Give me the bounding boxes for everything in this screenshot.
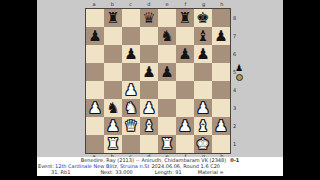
square-f4[interactable] [176, 81, 194, 99]
rank-label-6: 6 [233, 45, 239, 63]
square-g2[interactable]: ♝ [194, 117, 212, 135]
piece-black-pawn: ♟ [160, 64, 173, 79]
square-g5[interactable] [194, 63, 212, 81]
file-labels-top: abcdefgh [85, 0, 231, 8]
square-g3[interactable]: ♟ [194, 99, 212, 117]
piece-black-knight: ♞ [160, 28, 173, 43]
piece-black-rook: ♜ [106, 10, 119, 25]
square-c3[interactable]: ♞ [122, 99, 140, 117]
square-a8[interactable] [86, 9, 104, 27]
square-g8[interactable]: ♚ [194, 9, 212, 27]
file-label-top-h: h [213, 0, 231, 8]
square-h5[interactable] [212, 63, 230, 81]
square-d8[interactable]: ♛ [140, 9, 158, 27]
square-b7[interactable] [104, 27, 122, 45]
square-g7[interactable]: ♝ [194, 27, 212, 45]
file-label-top-g: g [195, 0, 213, 8]
square-d1[interactable] [140, 135, 158, 153]
piece-black-pawn: ♟ [124, 46, 137, 61]
rank-label-3: 3 [233, 99, 239, 117]
material-label: Material = [198, 169, 224, 175]
rank-label-7: 7 [233, 27, 239, 45]
piece-white-knight: ♞ [124, 100, 137, 115]
square-a4[interactable] [86, 81, 104, 99]
piece-black-pawn: ♟ [88, 28, 101, 43]
next-label: Next: 33.000 [100, 169, 132, 175]
square-e6[interactable] [158, 45, 176, 63]
square-d4[interactable] [140, 81, 158, 99]
square-c4[interactable]: ♟ [122, 81, 140, 99]
piece-black-bishop: ♝ [196, 28, 209, 43]
file-label-top-b: b [103, 0, 121, 8]
piece-white-bishop: ♝ [196, 118, 209, 133]
square-b8[interactable]: ♜ [104, 9, 122, 27]
piece-white-pawn: ♟ [214, 118, 227, 133]
piece-black-pawn: ♟ [214, 28, 227, 43]
square-h1[interactable] [212, 135, 230, 153]
square-f6[interactable]: ♟ [176, 45, 194, 63]
piece-black-king: ♚ [196, 10, 209, 25]
file-label-top-d: d [140, 0, 158, 8]
piece-black-queen: ♛ [142, 10, 155, 25]
piece-white-queen: ♛ [124, 118, 137, 133]
square-f1[interactable] [176, 135, 194, 153]
piece-white-rook: ♜ [106, 136, 119, 151]
square-f5[interactable] [176, 63, 194, 81]
square-d5[interactable]: ♟ [140, 63, 158, 81]
square-h8[interactable] [212, 9, 230, 27]
piece-white-rook: ♜ [160, 136, 173, 151]
file-label-top-f: f [176, 0, 194, 8]
square-b6[interactable] [104, 45, 122, 63]
square-g1[interactable]: ♚ [194, 135, 212, 153]
piece-black-rook: ♜ [178, 10, 191, 25]
square-d7[interactable] [140, 27, 158, 45]
square-a3[interactable]: ♟ [86, 99, 104, 117]
rank-label-4: 4 [233, 81, 239, 99]
file-label-top-c: c [122, 0, 140, 8]
square-a5[interactable] [86, 63, 104, 81]
rank-label-8: 8 [233, 9, 239, 27]
file-label-top-a: a [85, 0, 103, 8]
piece-white-pawn: ♟ [106, 118, 119, 133]
square-e1[interactable]: ♜ [158, 135, 176, 153]
square-f3[interactable] [176, 99, 194, 117]
square-e8[interactable] [158, 9, 176, 27]
piece-black-pawn: ♟ [178, 46, 191, 61]
square-f2[interactable]: ♟ [176, 117, 194, 135]
square-a2[interactable] [86, 117, 104, 135]
chess-board: ♜♛♜♚♟♞♝♟♟♟♟♟♟♟♟♞♞♟♟♟♛♝♟♝♟♜♜♚ [85, 8, 231, 154]
square-a1[interactable] [86, 135, 104, 153]
square-h6[interactable] [212, 45, 230, 63]
square-e3[interactable] [158, 99, 176, 117]
square-h7[interactable]: ♟ [212, 27, 230, 45]
rank-labels-right: 87654321 [233, 9, 239, 153]
file-label-top-e: e [158, 0, 176, 8]
side-to-move-indicator: ♟ [231, 64, 247, 81]
square-g6[interactable]: ♟ [194, 45, 212, 63]
square-b2[interactable]: ♟ [104, 117, 122, 135]
square-e2[interactable] [158, 117, 176, 135]
square-h3[interactable] [212, 99, 230, 117]
square-e5[interactable]: ♟ [158, 63, 176, 81]
clock-icon [236, 74, 243, 81]
black-pawn-icon: ♟ [235, 64, 243, 73]
chess-gui-area: abcdefgh ♜♛♜♚♟♞♝♟♟♟♟♟♟♟♟♞♞♟♟♟♛♝♟♝♟♜♜♚ 87… [37, 0, 283, 176]
piece-black-pawn: ♟ [196, 46, 209, 61]
square-c8[interactable] [122, 9, 140, 27]
square-g4[interactable] [194, 81, 212, 99]
square-c6[interactable]: ♟ [122, 45, 140, 63]
square-b3[interactable]: ♞ [104, 99, 122, 117]
letterbox-right [283, 0, 320, 180]
piece-white-pawn: ♟ [142, 100, 155, 115]
rank-label-1: 1 [233, 135, 239, 153]
square-d3[interactable]: ♟ [140, 99, 158, 117]
piece-white-pawn: ♟ [88, 100, 101, 115]
square-f7[interactable] [176, 27, 194, 45]
piece-white-king: ♚ [196, 136, 209, 151]
piece-black-knight: ♞ [106, 100, 119, 115]
letterbox-left [0, 0, 37, 180]
piece-white-pawn: ♟ [196, 100, 209, 115]
square-c5[interactable] [122, 63, 140, 81]
square-d6[interactable] [140, 45, 158, 63]
square-c7[interactable] [122, 27, 140, 45]
piece-black-pawn: ♟ [142, 64, 155, 79]
status-line: 31. Rb1 Next: 33.000 Length: 91 Material… [37, 169, 283, 175]
rank-label-2: 2 [233, 117, 239, 135]
square-h4[interactable] [212, 81, 230, 99]
piece-white-pawn: ♟ [178, 118, 191, 133]
current-move: 31. Rb1 [51, 169, 70, 175]
piece-white-pawn: ♟ [124, 82, 137, 97]
square-f8[interactable]: ♜ [176, 9, 194, 27]
square-e4[interactable] [158, 81, 176, 99]
game-info-panel: Benedire, Ray (2113)--Anirudh, Chidambar… [37, 157, 283, 176]
square-c1[interactable] [122, 135, 140, 153]
square-a7[interactable]: ♟ [86, 27, 104, 45]
square-b1[interactable]: ♜ [104, 135, 122, 153]
square-h2[interactable]: ♟ [212, 117, 230, 135]
square-c2[interactable]: ♛ [122, 117, 140, 135]
square-e7[interactable]: ♞ [158, 27, 176, 45]
square-a6[interactable] [86, 45, 104, 63]
square-d2[interactable]: ♝ [140, 117, 158, 135]
game-result: 0-1 [230, 157, 239, 163]
screenshot-root: abcdefgh ♜♛♜♚♟♞♝♟♟♟♟♟♟♟♟♞♞♟♟♟♛♝♟♝♟♜♜♚ 87… [0, 0, 320, 180]
square-b5[interactable] [104, 63, 122, 81]
length-label: Length: 91 [155, 169, 182, 175]
piece-white-bishop: ♝ [142, 118, 155, 133]
square-b4[interactable] [104, 81, 122, 99]
